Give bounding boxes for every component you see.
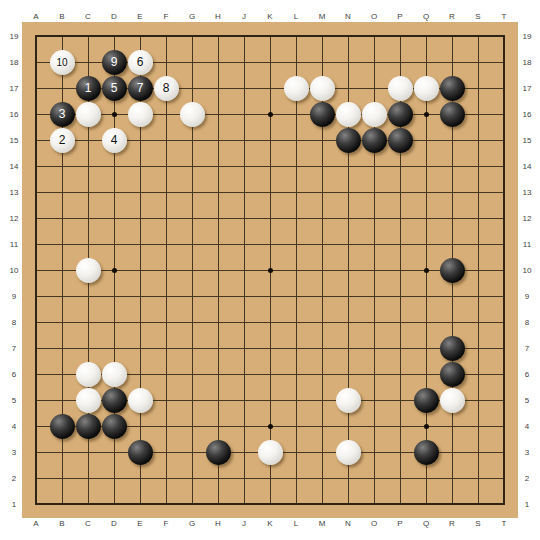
point-G14[interactable] <box>179 153 205 179</box>
point-J19[interactable] <box>231 23 257 49</box>
point-A18[interactable] <box>23 49 49 75</box>
point-C3[interactable] <box>75 439 101 465</box>
point-N2[interactable] <box>335 465 361 491</box>
point-M8[interactable] <box>309 309 335 335</box>
point-J12[interactable] <box>231 205 257 231</box>
point-H15[interactable] <box>205 127 231 153</box>
point-R4[interactable] <box>439 413 465 439</box>
point-E18[interactable]: 6 <box>127 49 153 75</box>
point-M2[interactable] <box>309 465 335 491</box>
point-C12[interactable] <box>75 205 101 231</box>
point-T13[interactable] <box>491 179 517 205</box>
point-N10[interactable] <box>335 257 361 283</box>
point-A19[interactable] <box>23 23 49 49</box>
point-O10[interactable] <box>361 257 387 283</box>
point-J17[interactable] <box>231 75 257 101</box>
point-D10[interactable] <box>101 257 127 283</box>
point-C4[interactable] <box>75 413 101 439</box>
point-N13[interactable] <box>335 179 361 205</box>
point-O12[interactable] <box>361 205 387 231</box>
point-N8[interactable] <box>335 309 361 335</box>
point-R3[interactable] <box>439 439 465 465</box>
point-A11[interactable] <box>23 231 49 257</box>
point-M18[interactable] <box>309 49 335 75</box>
point-S19[interactable] <box>465 23 491 49</box>
point-D18[interactable]: 9 <box>101 49 127 75</box>
point-R5[interactable] <box>439 387 465 413</box>
point-F3[interactable] <box>153 439 179 465</box>
point-F19[interactable] <box>153 23 179 49</box>
point-B11[interactable] <box>49 231 75 257</box>
point-E19[interactable] <box>127 23 153 49</box>
point-O8[interactable] <box>361 309 387 335</box>
point-C14[interactable] <box>75 153 101 179</box>
point-P10[interactable] <box>387 257 413 283</box>
point-O11[interactable] <box>361 231 387 257</box>
point-F6[interactable] <box>153 361 179 387</box>
point-M3[interactable] <box>309 439 335 465</box>
point-S12[interactable] <box>465 205 491 231</box>
point-D19[interactable] <box>101 23 127 49</box>
point-J4[interactable] <box>231 413 257 439</box>
point-C19[interactable] <box>75 23 101 49</box>
point-K10[interactable] <box>257 257 283 283</box>
point-K16[interactable] <box>257 101 283 127</box>
point-S9[interactable] <box>465 283 491 309</box>
point-E2[interactable] <box>127 465 153 491</box>
point-S11[interactable] <box>465 231 491 257</box>
point-A2[interactable] <box>23 465 49 491</box>
point-D6[interactable] <box>101 361 127 387</box>
point-T16[interactable] <box>491 101 517 127</box>
point-B13[interactable] <box>49 179 75 205</box>
point-M5[interactable] <box>309 387 335 413</box>
point-H14[interactable] <box>205 153 231 179</box>
point-T7[interactable] <box>491 335 517 361</box>
point-J10[interactable] <box>231 257 257 283</box>
point-G1[interactable] <box>179 491 205 517</box>
point-F18[interactable] <box>153 49 179 75</box>
point-T1[interactable] <box>491 491 517 517</box>
point-H7[interactable] <box>205 335 231 361</box>
point-J8[interactable] <box>231 309 257 335</box>
point-Q12[interactable] <box>413 205 439 231</box>
point-O2[interactable] <box>361 465 387 491</box>
point-K14[interactable] <box>257 153 283 179</box>
point-S14[interactable] <box>465 153 491 179</box>
point-L9[interactable] <box>283 283 309 309</box>
point-E1[interactable] <box>127 491 153 517</box>
point-P7[interactable] <box>387 335 413 361</box>
point-K18[interactable] <box>257 49 283 75</box>
point-S18[interactable] <box>465 49 491 75</box>
point-P8[interactable] <box>387 309 413 335</box>
point-N17[interactable] <box>335 75 361 101</box>
point-O1[interactable] <box>361 491 387 517</box>
point-R2[interactable] <box>439 465 465 491</box>
point-L10[interactable] <box>283 257 309 283</box>
point-E10[interactable] <box>127 257 153 283</box>
point-D2[interactable] <box>101 465 127 491</box>
point-N11[interactable] <box>335 231 361 257</box>
point-N15[interactable] <box>335 127 361 153</box>
point-R17[interactable] <box>439 75 465 101</box>
point-G9[interactable] <box>179 283 205 309</box>
point-H8[interactable] <box>205 309 231 335</box>
point-B6[interactable] <box>49 361 75 387</box>
point-H1[interactable] <box>205 491 231 517</box>
point-Q14[interactable] <box>413 153 439 179</box>
point-B8[interactable] <box>49 309 75 335</box>
point-C15[interactable] <box>75 127 101 153</box>
point-B2[interactable] <box>49 465 75 491</box>
point-N16[interactable] <box>335 101 361 127</box>
point-Q16[interactable] <box>413 101 439 127</box>
point-A6[interactable] <box>23 361 49 387</box>
point-Q11[interactable] <box>413 231 439 257</box>
point-A17[interactable] <box>23 75 49 101</box>
point-L8[interactable] <box>283 309 309 335</box>
point-B1[interactable] <box>49 491 75 517</box>
point-P11[interactable] <box>387 231 413 257</box>
point-E9[interactable] <box>127 283 153 309</box>
point-E14[interactable] <box>127 153 153 179</box>
point-D17[interactable]: 5 <box>101 75 127 101</box>
point-E4[interactable] <box>127 413 153 439</box>
point-G16[interactable] <box>179 101 205 127</box>
point-S2[interactable] <box>465 465 491 491</box>
point-E7[interactable] <box>127 335 153 361</box>
point-M12[interactable] <box>309 205 335 231</box>
point-Q2[interactable] <box>413 465 439 491</box>
point-M7[interactable] <box>309 335 335 361</box>
point-D13[interactable] <box>101 179 127 205</box>
point-T4[interactable] <box>491 413 517 439</box>
point-S13[interactable] <box>465 179 491 205</box>
point-K9[interactable] <box>257 283 283 309</box>
point-J18[interactable] <box>231 49 257 75</box>
point-Q5[interactable] <box>413 387 439 413</box>
point-F15[interactable] <box>153 127 179 153</box>
point-H18[interactable] <box>205 49 231 75</box>
point-C10[interactable] <box>75 257 101 283</box>
point-F8[interactable] <box>153 309 179 335</box>
point-E15[interactable] <box>127 127 153 153</box>
point-H4[interactable] <box>205 413 231 439</box>
point-A16[interactable] <box>23 101 49 127</box>
point-N4[interactable] <box>335 413 361 439</box>
point-M9[interactable] <box>309 283 335 309</box>
point-R19[interactable] <box>439 23 465 49</box>
point-R15[interactable] <box>439 127 465 153</box>
point-E17[interactable]: 7 <box>127 75 153 101</box>
point-N12[interactable] <box>335 205 361 231</box>
point-S8[interactable] <box>465 309 491 335</box>
point-P18[interactable] <box>387 49 413 75</box>
point-N6[interactable] <box>335 361 361 387</box>
point-O6[interactable] <box>361 361 387 387</box>
point-A10[interactable] <box>23 257 49 283</box>
point-J6[interactable] <box>231 361 257 387</box>
point-L6[interactable] <box>283 361 309 387</box>
point-N19[interactable] <box>335 23 361 49</box>
point-P17[interactable] <box>387 75 413 101</box>
point-O15[interactable] <box>361 127 387 153</box>
point-P16[interactable] <box>387 101 413 127</box>
point-J5[interactable] <box>231 387 257 413</box>
point-A13[interactable] <box>23 179 49 205</box>
point-D15[interactable]: 4 <box>101 127 127 153</box>
point-G6[interactable] <box>179 361 205 387</box>
point-F14[interactable] <box>153 153 179 179</box>
point-O19[interactable] <box>361 23 387 49</box>
point-C9[interactable] <box>75 283 101 309</box>
point-F7[interactable] <box>153 335 179 361</box>
point-R1[interactable] <box>439 491 465 517</box>
point-S6[interactable] <box>465 361 491 387</box>
point-E13[interactable] <box>127 179 153 205</box>
point-D16[interactable] <box>101 101 127 127</box>
point-M17[interactable] <box>309 75 335 101</box>
point-P4[interactable] <box>387 413 413 439</box>
point-C5[interactable] <box>75 387 101 413</box>
point-J2[interactable] <box>231 465 257 491</box>
point-B3[interactable] <box>49 439 75 465</box>
point-S5[interactable] <box>465 387 491 413</box>
point-O4[interactable] <box>361 413 387 439</box>
point-K17[interactable] <box>257 75 283 101</box>
point-L13[interactable] <box>283 179 309 205</box>
point-K13[interactable] <box>257 179 283 205</box>
point-R6[interactable] <box>439 361 465 387</box>
point-J3[interactable] <box>231 439 257 465</box>
point-H5[interactable] <box>205 387 231 413</box>
point-H6[interactable] <box>205 361 231 387</box>
point-F1[interactable] <box>153 491 179 517</box>
point-C1[interactable] <box>75 491 101 517</box>
point-H17[interactable] <box>205 75 231 101</box>
point-E5[interactable] <box>127 387 153 413</box>
point-P1[interactable] <box>387 491 413 517</box>
point-M11[interactable] <box>309 231 335 257</box>
point-T8[interactable] <box>491 309 517 335</box>
point-G4[interactable] <box>179 413 205 439</box>
point-M14[interactable] <box>309 153 335 179</box>
point-G7[interactable] <box>179 335 205 361</box>
point-F9[interactable] <box>153 283 179 309</box>
point-K6[interactable] <box>257 361 283 387</box>
point-T3[interactable] <box>491 439 517 465</box>
point-Q6[interactable] <box>413 361 439 387</box>
point-T12[interactable] <box>491 205 517 231</box>
point-E16[interactable] <box>127 101 153 127</box>
point-R12[interactable] <box>439 205 465 231</box>
point-E6[interactable] <box>127 361 153 387</box>
point-E3[interactable] <box>127 439 153 465</box>
point-F4[interactable] <box>153 413 179 439</box>
point-B19[interactable] <box>49 23 75 49</box>
point-A12[interactable] <box>23 205 49 231</box>
point-B9[interactable] <box>49 283 75 309</box>
point-L16[interactable] <box>283 101 309 127</box>
point-R7[interactable] <box>439 335 465 361</box>
point-G10[interactable] <box>179 257 205 283</box>
point-A15[interactable] <box>23 127 49 153</box>
point-R14[interactable] <box>439 153 465 179</box>
point-L7[interactable] <box>283 335 309 361</box>
point-C8[interactable] <box>75 309 101 335</box>
point-S10[interactable] <box>465 257 491 283</box>
point-T5[interactable] <box>491 387 517 413</box>
point-N7[interactable] <box>335 335 361 361</box>
point-Q7[interactable] <box>413 335 439 361</box>
point-K3[interactable] <box>257 439 283 465</box>
point-A4[interactable] <box>23 413 49 439</box>
point-F5[interactable] <box>153 387 179 413</box>
point-N14[interactable] <box>335 153 361 179</box>
point-A8[interactable] <box>23 309 49 335</box>
point-Q10[interactable] <box>413 257 439 283</box>
point-F13[interactable] <box>153 179 179 205</box>
point-K7[interactable] <box>257 335 283 361</box>
point-Q1[interactable] <box>413 491 439 517</box>
point-K1[interactable] <box>257 491 283 517</box>
point-P12[interactable] <box>387 205 413 231</box>
point-Q8[interactable] <box>413 309 439 335</box>
point-M10[interactable] <box>309 257 335 283</box>
point-P2[interactable] <box>387 465 413 491</box>
point-Q15[interactable] <box>413 127 439 153</box>
point-D9[interactable] <box>101 283 127 309</box>
point-T11[interactable] <box>491 231 517 257</box>
point-P13[interactable] <box>387 179 413 205</box>
point-R18[interactable] <box>439 49 465 75</box>
point-J9[interactable] <box>231 283 257 309</box>
point-S7[interactable] <box>465 335 491 361</box>
point-R9[interactable] <box>439 283 465 309</box>
point-B14[interactable] <box>49 153 75 179</box>
point-P15[interactable] <box>387 127 413 153</box>
point-H11[interactable] <box>205 231 231 257</box>
point-S17[interactable] <box>465 75 491 101</box>
point-R8[interactable] <box>439 309 465 335</box>
point-B4[interactable] <box>49 413 75 439</box>
point-J7[interactable] <box>231 335 257 361</box>
point-K5[interactable] <box>257 387 283 413</box>
point-S16[interactable] <box>465 101 491 127</box>
point-M15[interactable] <box>309 127 335 153</box>
point-L2[interactable] <box>283 465 309 491</box>
point-D1[interactable] <box>101 491 127 517</box>
point-A9[interactable] <box>23 283 49 309</box>
point-H10[interactable] <box>205 257 231 283</box>
point-R11[interactable] <box>439 231 465 257</box>
point-T17[interactable] <box>491 75 517 101</box>
point-N5[interactable] <box>335 387 361 413</box>
point-N1[interactable] <box>335 491 361 517</box>
point-T2[interactable] <box>491 465 517 491</box>
point-F2[interactable] <box>153 465 179 491</box>
point-H12[interactable] <box>205 205 231 231</box>
point-B7[interactable] <box>49 335 75 361</box>
point-A5[interactable] <box>23 387 49 413</box>
point-F16[interactable] <box>153 101 179 127</box>
point-R13[interactable] <box>439 179 465 205</box>
point-L3[interactable] <box>283 439 309 465</box>
point-O7[interactable] <box>361 335 387 361</box>
point-C2[interactable] <box>75 465 101 491</box>
point-P14[interactable] <box>387 153 413 179</box>
point-G15[interactable] <box>179 127 205 153</box>
point-S1[interactable] <box>465 491 491 517</box>
point-J14[interactable] <box>231 153 257 179</box>
point-B18[interactable]: 10 <box>49 49 75 75</box>
point-Q19[interactable] <box>413 23 439 49</box>
point-L5[interactable] <box>283 387 309 413</box>
point-Q9[interactable] <box>413 283 439 309</box>
point-M19[interactable] <box>309 23 335 49</box>
point-Q13[interactable] <box>413 179 439 205</box>
point-G18[interactable] <box>179 49 205 75</box>
point-L15[interactable] <box>283 127 309 153</box>
point-P3[interactable] <box>387 439 413 465</box>
point-N18[interactable] <box>335 49 361 75</box>
point-K11[interactable] <box>257 231 283 257</box>
point-H16[interactable] <box>205 101 231 127</box>
point-S3[interactable] <box>465 439 491 465</box>
point-G8[interactable] <box>179 309 205 335</box>
point-O3[interactable] <box>361 439 387 465</box>
point-G5[interactable] <box>179 387 205 413</box>
point-S4[interactable] <box>465 413 491 439</box>
point-G2[interactable] <box>179 465 205 491</box>
point-J13[interactable] <box>231 179 257 205</box>
point-C7[interactable] <box>75 335 101 361</box>
point-A3[interactable] <box>23 439 49 465</box>
point-G12[interactable] <box>179 205 205 231</box>
point-J11[interactable] <box>231 231 257 257</box>
point-G13[interactable] <box>179 179 205 205</box>
point-B5[interactable] <box>49 387 75 413</box>
point-D4[interactable] <box>101 413 127 439</box>
point-B17[interactable] <box>49 75 75 101</box>
point-B15[interactable]: 2 <box>49 127 75 153</box>
point-C6[interactable] <box>75 361 101 387</box>
point-M13[interactable] <box>309 179 335 205</box>
point-L14[interactable] <box>283 153 309 179</box>
point-A7[interactable] <box>23 335 49 361</box>
point-D3[interactable] <box>101 439 127 465</box>
point-D5[interactable] <box>101 387 127 413</box>
point-T9[interactable] <box>491 283 517 309</box>
point-O16[interactable] <box>361 101 387 127</box>
point-T15[interactable] <box>491 127 517 153</box>
point-T14[interactable] <box>491 153 517 179</box>
point-K15[interactable] <box>257 127 283 153</box>
point-K19[interactable] <box>257 23 283 49</box>
point-S15[interactable] <box>465 127 491 153</box>
point-F10[interactable] <box>153 257 179 283</box>
point-L11[interactable] <box>283 231 309 257</box>
point-T19[interactable] <box>491 23 517 49</box>
point-K4[interactable] <box>257 413 283 439</box>
point-E8[interactable] <box>127 309 153 335</box>
point-M4[interactable] <box>309 413 335 439</box>
point-H3[interactable] <box>205 439 231 465</box>
point-K8[interactable] <box>257 309 283 335</box>
point-O9[interactable] <box>361 283 387 309</box>
point-C18[interactable] <box>75 49 101 75</box>
